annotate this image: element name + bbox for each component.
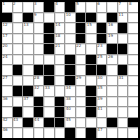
clue-number: 40 <box>66 107 71 112</box>
clue-number: 23 <box>97 44 102 49</box>
blocked-cell <box>76 34 86 44</box>
crossword-cell[interactable] <box>107 86 117 96</box>
blocked-cell <box>86 128 96 138</box>
crossword-cell[interactable] <box>128 65 138 75</box>
crossword-cell[interactable]: 7 <box>118 2 128 12</box>
crossword-cell[interactable] <box>13 44 23 54</box>
blocked-cell <box>13 65 23 75</box>
blocked-cell <box>13 107 23 117</box>
crossword-cell[interactable] <box>13 55 23 65</box>
clue-number: 44 <box>34 118 39 123</box>
blocked-cell <box>118 23 128 33</box>
clue-number: 29 <box>76 76 81 81</box>
clue-number: 41 <box>97 107 102 112</box>
clue-number: 2 <box>13 2 16 7</box>
crossword-cell[interactable]: 34 <box>65 86 75 96</box>
crossword-cell[interactable] <box>128 97 138 107</box>
blocked-cell <box>44 65 54 75</box>
blocked-cell <box>97 23 107 33</box>
blocked-cell <box>23 86 33 96</box>
crossword-cell[interactable] <box>55 13 65 23</box>
crossword-cell[interactable]: 43 <box>13 118 23 128</box>
crossword-cell[interactable]: 3 <box>34 2 44 12</box>
clue-number: 21 <box>55 44 60 49</box>
crossword-cell[interactable] <box>34 55 44 65</box>
crossword-cell[interactable]: 6 <box>97 2 107 12</box>
blocked-cell <box>76 23 86 33</box>
blocked-cell <box>34 65 44 75</box>
crossword-cell[interactable] <box>2 107 12 117</box>
clue-number: 26 <box>108 55 113 60</box>
crossword-cell[interactable]: 4 <box>55 2 65 12</box>
blocked-cell <box>55 107 65 117</box>
crossword-cell[interactable] <box>118 118 128 128</box>
crossword-cell[interactable] <box>23 128 33 138</box>
blocked-cell <box>86 65 96 75</box>
crossword-cell[interactable] <box>55 86 65 96</box>
crossword-cell[interactable] <box>23 55 33 65</box>
clue-number: 19 <box>108 34 113 39</box>
crossword-cell[interactable]: 15 <box>86 23 96 33</box>
crossword-cell[interactable] <box>128 34 138 44</box>
blocked-cell <box>118 65 128 75</box>
blocked-cell <box>13 86 23 96</box>
crossword-cell[interactable] <box>128 128 138 138</box>
crossword-cell[interactable] <box>107 128 117 138</box>
clue-number: 24 <box>3 55 8 60</box>
blocked-cell <box>55 97 65 107</box>
clue-number: 17 <box>3 34 8 39</box>
crossword-cell[interactable] <box>76 97 86 107</box>
crossword-cell[interactable] <box>128 13 138 23</box>
blocked-cell <box>86 55 96 65</box>
crossword-cell[interactable] <box>13 34 23 44</box>
crossword-cell[interactable]: 11 <box>118 13 128 23</box>
crossword-cell[interactable]: 32 <box>34 86 44 96</box>
blocked-cell <box>65 2 75 12</box>
clue-number: 5 <box>76 2 79 7</box>
crossword-cell[interactable] <box>23 34 33 44</box>
blocked-cell <box>118 44 128 54</box>
crossword-cell[interactable] <box>118 34 128 44</box>
crossword-cell[interactable] <box>76 55 86 65</box>
crossword-cell[interactable]: 28 <box>34 76 44 86</box>
crossword-cell[interactable]: 12 <box>2 23 12 33</box>
crossword-cell[interactable]: 26 <box>107 55 117 65</box>
crossword-cell[interactable]: 5 <box>76 2 86 12</box>
crossword-cell[interactable]: 21 <box>55 44 65 54</box>
crossword-cell[interactable] <box>128 76 138 86</box>
crossword-cell[interactable] <box>23 44 33 54</box>
clue-number: 1 <box>3 2 6 7</box>
crossword-cell[interactable] <box>44 107 54 117</box>
crossword-cell[interactable] <box>86 76 96 86</box>
crossword-cell[interactable]: 41 <box>97 107 107 117</box>
clue-number: 28 <box>34 76 39 81</box>
blocked-cell <box>86 86 96 96</box>
blocked-cell <box>97 34 107 44</box>
crossword-cell[interactable] <box>118 97 128 107</box>
blocked-cell <box>44 23 54 33</box>
blocked-cell <box>76 13 86 23</box>
crossword-cell[interactable] <box>23 76 33 86</box>
crossword-cell[interactable] <box>128 86 138 96</box>
clue-number: 7 <box>118 2 121 7</box>
clue-number: 37 <box>24 97 29 102</box>
clue-number: 12 <box>3 23 8 28</box>
crossword-cell[interactable]: 2 <box>13 2 23 12</box>
blocked-cell <box>23 118 33 128</box>
crossword-cell[interactable] <box>44 97 54 107</box>
clue-number: 42 <box>3 118 8 123</box>
blocked-cell <box>44 76 54 86</box>
clue-number: 25 <box>97 55 102 60</box>
clue-number: 9 <box>34 13 37 18</box>
crossword-cell[interactable] <box>34 44 44 54</box>
clue-number: 38 <box>66 97 71 102</box>
blocked-cell <box>44 118 54 128</box>
crossword-cell[interactable] <box>13 23 23 33</box>
crossword-cell[interactable] <box>86 2 96 12</box>
crossword-cell[interactable] <box>86 44 96 54</box>
crossword-cell[interactable] <box>2 65 12 75</box>
crossword-cell[interactable] <box>76 118 86 128</box>
crossword-cell[interactable] <box>97 13 107 23</box>
blocked-cell <box>44 34 54 44</box>
crossword-cell[interactable] <box>2 86 12 96</box>
clue-number: 16 <box>108 23 113 28</box>
blocked-cell <box>34 107 44 117</box>
crossword-cell[interactable]: 10 <box>65 13 75 23</box>
crossword-cell[interactable] <box>76 65 86 75</box>
crossword-cell[interactable]: 24 <box>2 55 12 65</box>
crossword-cell[interactable] <box>55 65 65 75</box>
clue-number: 30 <box>97 76 102 81</box>
crossword-cell[interactable] <box>86 34 96 44</box>
blocked-cell <box>23 13 33 23</box>
clue-number: 14 <box>55 23 60 28</box>
blocked-cell <box>86 97 96 107</box>
crossword-cell[interactable]: 29 <box>76 76 86 86</box>
clue-number: 3 <box>34 2 37 7</box>
crossword-cell[interactable] <box>34 23 44 33</box>
blocked-cell <box>107 13 117 23</box>
crossword-cell[interactable]: 8 <box>128 2 138 12</box>
clue-number: 33 <box>45 86 50 91</box>
crossword-cell[interactable] <box>55 55 65 65</box>
crossword-cell[interactable]: 27 <box>2 76 12 86</box>
crossword-cell[interactable]: 9 <box>34 13 44 23</box>
crossword-cell[interactable]: 46 <box>2 128 12 138</box>
clue-number: 10 <box>66 13 71 18</box>
crossword-cell[interactable] <box>55 128 65 138</box>
clue-number: 31 <box>118 76 123 81</box>
crossword-cell[interactable] <box>44 128 54 138</box>
crossword-cell[interactable] <box>118 86 128 96</box>
clue-number: 47 <box>97 128 102 133</box>
clue-number: 13 <box>24 23 29 28</box>
blocked-cell <box>55 118 65 128</box>
blocked-cell <box>65 65 75 75</box>
crossword-cell[interactable] <box>128 44 138 54</box>
blocked-cell <box>44 2 54 12</box>
blocked-cell <box>86 13 96 23</box>
crossword-cell[interactable] <box>76 128 86 138</box>
crossword-cell[interactable] <box>118 55 128 65</box>
crossword-cell[interactable] <box>44 55 54 65</box>
crossword-cell[interactable] <box>23 65 33 75</box>
crossword-cell[interactable] <box>65 23 75 33</box>
crossword-cell[interactable]: 25 <box>97 55 107 65</box>
clue-number: 4 <box>55 2 58 7</box>
crossword-cell[interactable] <box>107 76 117 86</box>
clue-number: 18 <box>55 34 60 39</box>
crossword-cell[interactable] <box>13 13 23 23</box>
crossword-cell[interactable] <box>13 76 23 86</box>
crossword-cell[interactable] <box>76 107 86 117</box>
crossword-cell[interactable] <box>44 13 54 23</box>
crossword-cell[interactable]: 39 <box>97 97 107 107</box>
crossword-cell[interactable]: 22 <box>76 44 86 54</box>
crossword-cell[interactable]: 19 <box>107 34 117 44</box>
blocked-cell <box>128 118 138 128</box>
crossword-cell[interactable] <box>13 128 23 138</box>
crossword-cell[interactable] <box>34 34 44 44</box>
crossword-cell[interactable]: 13 <box>23 23 33 33</box>
crossword-cell[interactable] <box>65 44 75 54</box>
crossword-cell[interactable]: 20 <box>2 44 12 54</box>
crossword-cell[interactable] <box>107 2 117 12</box>
crossword-cell[interactable]: 47 <box>97 128 107 138</box>
blocked-cell <box>34 97 44 107</box>
crossword-cell[interactable]: 38 <box>65 97 75 107</box>
clue-number: 34 <box>66 86 71 91</box>
crossword-board: 1234567891011121314151617181920212223242… <box>0 0 140 140</box>
crossword-cell[interactable] <box>128 107 138 117</box>
clue-number: 22 <box>76 44 81 49</box>
crossword-cell[interactable]: 18 <box>55 34 65 44</box>
clue-number: 6 <box>97 2 100 7</box>
clue-number: 20 <box>3 44 8 49</box>
clue-number: 8 <box>129 2 132 7</box>
crossword-cell[interactable]: 16 <box>107 23 117 33</box>
crossword-cell[interactable]: 1 <box>2 2 12 12</box>
blocked-cell <box>65 76 75 86</box>
crossword-cell[interactable]: 37 <box>23 97 33 107</box>
crossword-cell[interactable] <box>86 118 96 128</box>
crossword-cell[interactable] <box>107 97 117 107</box>
crossword-cell[interactable]: 42 <box>2 118 12 128</box>
blocked-cell <box>107 118 117 128</box>
crossword-cell[interactable] <box>23 107 33 117</box>
crossword-cell[interactable]: 36 <box>2 97 12 107</box>
crossword-cell[interactable]: 45 <box>65 118 75 128</box>
clue-number: 27 <box>3 76 8 81</box>
crossword-cell[interactable] <box>97 118 107 128</box>
crossword-cell[interactable] <box>118 107 128 117</box>
crossword-cell[interactable] <box>34 128 44 138</box>
clue-number: 36 <box>3 97 8 102</box>
crossword-cell[interactable] <box>55 76 65 86</box>
crossword-cell[interactable]: 35 <box>97 86 107 96</box>
clue-number: 46 <box>3 128 8 133</box>
crossword-cell[interactable]: 30 <box>97 76 107 86</box>
crossword-cell[interactable]: 23 <box>97 44 107 54</box>
crossword-cell[interactable]: 17 <box>2 34 12 44</box>
clue-number: 35 <box>97 86 102 91</box>
crossword-cell[interactable] <box>128 23 138 33</box>
crossword-cell[interactable] <box>128 55 138 65</box>
blocked-cell <box>86 107 96 117</box>
clue-number: 15 <box>87 23 92 28</box>
blocked-cell <box>2 13 12 23</box>
blocked-cell <box>107 44 117 54</box>
crossword-cell[interactable] <box>107 107 117 117</box>
blocked-cell <box>65 128 75 138</box>
crossword-cell[interactable] <box>107 65 117 75</box>
crossword-cell[interactable]: 44 <box>34 118 44 128</box>
crossword-cell[interactable]: 14 <box>55 23 65 33</box>
clue-number: 39 <box>97 97 102 102</box>
blocked-cell <box>44 44 54 54</box>
crossword-cell[interactable] <box>65 34 75 44</box>
crossword-cell[interactable] <box>13 97 23 107</box>
crossword-cell[interactable]: 40 <box>65 107 75 117</box>
crossword-cell[interactable] <box>118 128 128 138</box>
crossword-cell[interactable]: 33 <box>44 86 54 96</box>
clue-number: 45 <box>66 118 71 123</box>
clue-number: 43 <box>13 118 18 123</box>
clue-number: 11 <box>118 13 123 18</box>
blocked-cell <box>65 55 75 65</box>
clue-number: 32 <box>34 86 39 91</box>
crossword-cell[interactable]: 31 <box>118 76 128 86</box>
crossword-cell[interactable] <box>23 2 33 12</box>
crossword-cell[interactable] <box>76 86 86 96</box>
blocked-cell <box>97 65 107 75</box>
